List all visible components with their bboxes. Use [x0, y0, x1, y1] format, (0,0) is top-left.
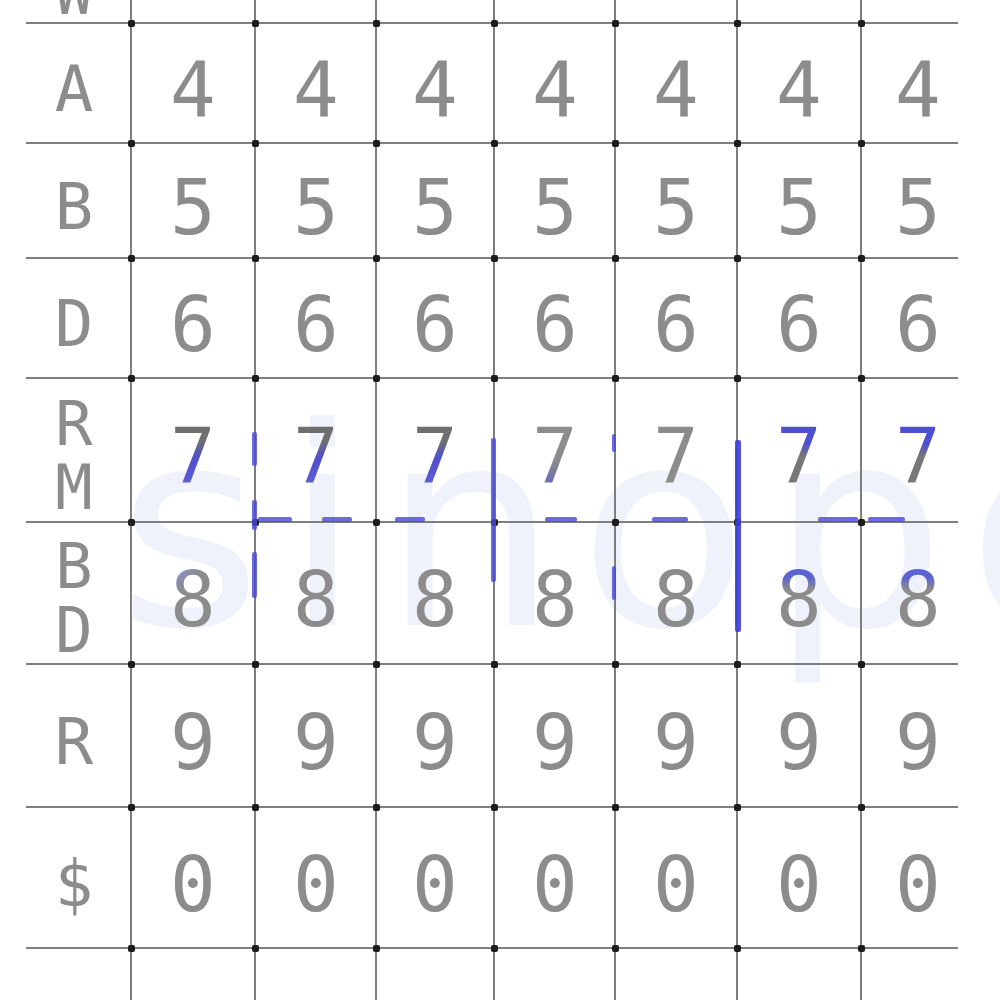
cell-RM-c6: 7: [776, 419, 822, 495]
cell-RM-c4: 7: [532, 419, 578, 495]
cell-R-c5: 9: [653, 705, 699, 781]
grid-node-dot: [252, 140, 259, 147]
cell-RM-c2: 7: [293, 419, 339, 495]
cell-B-c5: 5: [653, 170, 699, 246]
row-label-BD: B D: [55, 535, 92, 663]
cell-D-c7: 6: [895, 287, 941, 363]
cell-B-c3: 5: [412, 170, 458, 246]
grid-node-dot: [491, 20, 498, 27]
row-label-B: B: [55, 175, 94, 239]
watermark-stem-stroke: [252, 432, 257, 466]
grid-node-dot: [858, 945, 865, 952]
grid-node-dot: [491, 255, 498, 262]
cell-BD-c2: 8: [293, 562, 339, 638]
cell-$-c1: 0: [170, 847, 216, 923]
cell-A-c7: 4: [895, 52, 941, 128]
grid-node-dot: [252, 255, 259, 262]
cell-D-c2: 6: [293, 287, 339, 363]
scanned-number-table: sinopo W A4444444B5555555D6666666R M7777…: [0, 0, 1000, 1000]
cell-R-c4: 9: [532, 705, 578, 781]
cell-$-c5: 0: [653, 847, 699, 923]
cell-D-c4: 6: [532, 287, 578, 363]
grid-node-dot: [734, 804, 741, 811]
cell-$-c6: 0: [776, 847, 822, 923]
grid-node-dot: [612, 255, 619, 262]
grid-node-dot: [491, 375, 498, 382]
grid-node-dot: [128, 661, 135, 668]
cell-D-c3: 6: [412, 287, 458, 363]
row-label-RM: R M: [55, 392, 92, 520]
grid-node-dot: [858, 519, 865, 526]
cell-A-c3: 4: [412, 52, 458, 128]
grid-node-dot: [128, 140, 135, 147]
cell-$-c3: 0: [412, 847, 458, 923]
cell-BD-c7: 8: [895, 562, 941, 638]
cell-BD-c1: 8: [170, 562, 216, 638]
grid-line-vertical: [375, 0, 377, 1000]
cell-A-c2: 4: [293, 52, 339, 128]
grid-node-dot: [373, 20, 380, 27]
cell-A-c4: 4: [532, 52, 578, 128]
cell-$-c7: 0: [895, 847, 941, 923]
grid-node-dot: [858, 661, 865, 668]
cell-B-c1: 5: [170, 170, 216, 246]
grid-node-dot: [612, 375, 619, 382]
cell-R-c2: 9: [293, 705, 339, 781]
grid-node-dot: [612, 519, 619, 526]
cell-B-c7: 5: [895, 170, 941, 246]
grid-node-dot: [373, 255, 380, 262]
cell-B-c4: 5: [532, 170, 578, 246]
watermark-dash-stroke: [322, 517, 352, 522]
cell-D-c5: 6: [653, 287, 699, 363]
grid-node-dot: [858, 140, 865, 147]
grid-node-dot: [734, 661, 741, 668]
watermark-dash-stroke: [545, 517, 577, 522]
grid-node-dot: [734, 20, 741, 27]
row-label-D: D: [55, 292, 94, 356]
grid-node-dot: [128, 255, 135, 262]
grid-node-dot: [252, 20, 259, 27]
cell-BD-c6: 8: [776, 562, 822, 638]
cell-BD-c4: 8: [532, 562, 578, 638]
cell-R-c3: 9: [412, 705, 458, 781]
grid-node-dot: [858, 375, 865, 382]
grid-node-dot: [128, 20, 135, 27]
row-label-partial-top: W: [55, 0, 94, 24]
grid-node-dot: [373, 140, 380, 147]
watermark-dash-stroke: [818, 517, 858, 522]
watermark-stem-stroke: [612, 434, 616, 452]
cell-R-c6: 9: [776, 705, 822, 781]
grid-node-dot: [128, 519, 135, 526]
cell-R-c1: 9: [170, 705, 216, 781]
grid-node-dot: [373, 804, 380, 811]
grid-node-dot: [373, 375, 380, 382]
grid-line-vertical: [860, 0, 862, 1000]
grid-node-dot: [612, 804, 619, 811]
cell-$-c4: 0: [532, 847, 578, 923]
grid-line-vertical: [614, 0, 616, 1000]
grid-node-dot: [858, 20, 865, 27]
cell-RM-c3: 7: [412, 419, 458, 495]
row-label-A: A: [55, 57, 94, 121]
grid-node-dot: [491, 804, 498, 811]
grid-node-dot: [491, 945, 498, 952]
grid-node-dot: [612, 661, 619, 668]
cell-RM-c1: 7: [170, 419, 216, 495]
grid-node-dot: [252, 661, 259, 668]
grid-node-dot: [612, 945, 619, 952]
watermark-dash-stroke: [258, 517, 292, 522]
grid-line-vertical: [130, 0, 132, 1000]
row-label-$: $: [55, 852, 94, 916]
watermark-stem-stroke: [735, 440, 741, 632]
cell-B-c2: 5: [293, 170, 339, 246]
watermark-dash-stroke: [652, 517, 688, 522]
grid-node-dot: [858, 255, 865, 262]
cell-RM-c5: 7: [653, 419, 699, 495]
grid-node-dot: [252, 804, 259, 811]
grid-node-dot: [128, 804, 135, 811]
grid-node-dot: [612, 140, 619, 147]
watermark-stem-stroke: [252, 500, 257, 530]
cell-BD-c3: 8: [412, 562, 458, 638]
grid-node-dot: [734, 945, 741, 952]
cell-R-c7: 9: [895, 705, 941, 781]
cell-D-c6: 6: [776, 287, 822, 363]
cell-A-c1: 4: [170, 52, 216, 128]
cell-A-c6: 4: [776, 52, 822, 128]
grid-node-dot: [612, 20, 619, 27]
cell-$-c2: 0: [293, 847, 339, 923]
grid-node-dot: [858, 804, 865, 811]
grid-node-dot: [252, 375, 259, 382]
cell-B-c6: 5: [776, 170, 822, 246]
cell-D-c1: 6: [170, 287, 216, 363]
watermark-dash-stroke: [868, 517, 905, 522]
grid-node-dot: [491, 661, 498, 668]
watermark-stem-stroke: [252, 552, 257, 598]
grid-node-dot: [373, 945, 380, 952]
watermark-dash-stroke: [395, 517, 425, 522]
watermark-stem-stroke: [491, 438, 496, 582]
grid-node-dot: [128, 945, 135, 952]
cell-RM-c7: 7: [895, 419, 941, 495]
grid-node-dot: [373, 519, 380, 526]
grid-node-dot: [734, 255, 741, 262]
grid-node-dot: [734, 375, 741, 382]
grid-node-dot: [252, 945, 259, 952]
cell-A-c5: 4: [653, 52, 699, 128]
grid-node-dot: [734, 140, 741, 147]
watermark-stem-stroke: [612, 566, 616, 600]
grid-node-dot: [373, 661, 380, 668]
grid-node-dot: [491, 140, 498, 147]
cell-BD-c5: 8: [653, 562, 699, 638]
row-label-R: R: [55, 710, 94, 774]
grid-node-dot: [128, 375, 135, 382]
